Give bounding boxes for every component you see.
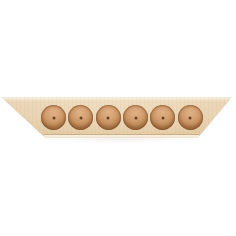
pit-center-dot (161, 117, 164, 120)
pit-5[interactable] (150, 105, 175, 130)
pit-1[interactable] (41, 105, 66, 130)
pit-center-dot (79, 117, 82, 120)
pit-center-dot (52, 117, 55, 120)
pit-center-dot (189, 117, 192, 120)
board-shadow (44, 138, 198, 143)
pit-center-dot (107, 117, 110, 120)
pit-grid (40, 104, 204, 130)
mancala-board-scene (0, 0, 236, 236)
pit-3[interactable] (96, 105, 121, 130)
pit-center-dot (134, 117, 137, 120)
pit-4[interactable] (123, 105, 148, 130)
pit-6[interactable] (178, 105, 203, 130)
pit-2[interactable] (68, 105, 93, 130)
